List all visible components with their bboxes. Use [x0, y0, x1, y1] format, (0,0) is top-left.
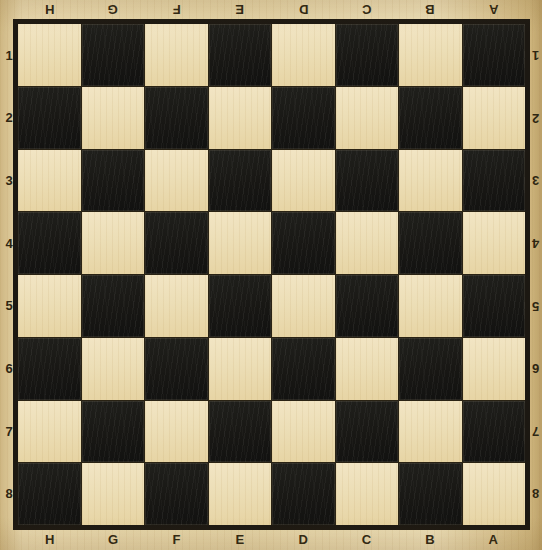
- square-e5[interactable]: [209, 275, 272, 337]
- square-h4[interactable]: [18, 212, 81, 274]
- file-label-c: C: [335, 529, 398, 550]
- square-b4[interactable]: [399, 212, 462, 274]
- square-d8[interactable]: [272, 463, 335, 525]
- square-g1[interactable]: [82, 24, 145, 86]
- square-e2[interactable]: [209, 87, 272, 149]
- square-f8[interactable]: [145, 463, 208, 525]
- square-h3[interactable]: [18, 150, 81, 212]
- square-b8[interactable]: [399, 463, 462, 525]
- file-label-e: E: [208, 529, 271, 550]
- square-f4[interactable]: [145, 212, 208, 274]
- file-label-f: F: [145, 0, 208, 19]
- file-label-d: D: [272, 0, 335, 19]
- square-a5[interactable]: [463, 275, 526, 337]
- file-label-a: A: [462, 0, 525, 19]
- square-f6[interactable]: [145, 338, 208, 400]
- square-d1[interactable]: [272, 24, 335, 86]
- square-c1[interactable]: [336, 24, 399, 86]
- file-label-d: D: [272, 529, 335, 550]
- square-g6[interactable]: [82, 338, 145, 400]
- square-b1[interactable]: [399, 24, 462, 86]
- square-c5[interactable]: [336, 275, 399, 337]
- chess-board: [13, 19, 530, 530]
- square-d2[interactable]: [272, 87, 335, 149]
- square-c4[interactable]: [336, 212, 399, 274]
- file-labels-bottom: HGFEDCBA: [18, 529, 525, 550]
- square-f1[interactable]: [145, 24, 208, 86]
- square-f3[interactable]: [145, 150, 208, 212]
- square-f5[interactable]: [145, 275, 208, 337]
- square-g8[interactable]: [82, 463, 145, 525]
- square-a1[interactable]: [463, 24, 526, 86]
- file-label-c: C: [335, 0, 398, 19]
- rank-label-3: 3: [529, 149, 542, 212]
- square-d4[interactable]: [272, 212, 335, 274]
- rank-labels-right: 12345678: [529, 24, 542, 525]
- square-h6[interactable]: [18, 338, 81, 400]
- square-a8[interactable]: [463, 463, 526, 525]
- square-h5[interactable]: [18, 275, 81, 337]
- square-e4[interactable]: [209, 212, 272, 274]
- wooden-chessboard-photo: HGFEDCBA 12345678 12345678 HGFEDCBA: [0, 0, 542, 550]
- file-label-h: H: [18, 529, 81, 550]
- square-a4[interactable]: [463, 212, 526, 274]
- square-g3[interactable]: [82, 150, 145, 212]
- square-e1[interactable]: [209, 24, 272, 86]
- rank-label-6: 6: [529, 337, 542, 400]
- rank-label-5: 5: [529, 275, 542, 338]
- square-g2[interactable]: [82, 87, 145, 149]
- file-labels-top: HGFEDCBA: [18, 0, 525, 19]
- square-a3[interactable]: [463, 150, 526, 212]
- square-e6[interactable]: [209, 338, 272, 400]
- square-b2[interactable]: [399, 87, 462, 149]
- square-c7[interactable]: [336, 401, 399, 463]
- square-b7[interactable]: [399, 401, 462, 463]
- square-d5[interactable]: [272, 275, 335, 337]
- square-g4[interactable]: [82, 212, 145, 274]
- square-d3[interactable]: [272, 150, 335, 212]
- square-g7[interactable]: [82, 401, 145, 463]
- square-b6[interactable]: [399, 338, 462, 400]
- square-h2[interactable]: [18, 87, 81, 149]
- file-label-g: G: [81, 0, 144, 19]
- square-g5[interactable]: [82, 275, 145, 337]
- file-label-b: B: [398, 529, 461, 550]
- rank-label-8: 8: [529, 462, 542, 525]
- square-h7[interactable]: [18, 401, 81, 463]
- file-label-b: B: [398, 0, 461, 19]
- square-a6[interactable]: [463, 338, 526, 400]
- square-a2[interactable]: [463, 87, 526, 149]
- rank-label-7: 7: [529, 400, 542, 463]
- file-label-f: F: [145, 529, 208, 550]
- file-label-h: H: [18, 0, 81, 19]
- square-f2[interactable]: [145, 87, 208, 149]
- square-b3[interactable]: [399, 150, 462, 212]
- square-e7[interactable]: [209, 401, 272, 463]
- square-f7[interactable]: [145, 401, 208, 463]
- square-c3[interactable]: [336, 150, 399, 212]
- square-a7[interactable]: [463, 401, 526, 463]
- file-label-a: A: [462, 529, 525, 550]
- square-h1[interactable]: [18, 24, 81, 86]
- square-b5[interactable]: [399, 275, 462, 337]
- square-c8[interactable]: [336, 463, 399, 525]
- file-label-g: G: [81, 529, 144, 550]
- square-e8[interactable]: [209, 463, 272, 525]
- square-h8[interactable]: [18, 463, 81, 525]
- rank-label-1: 1: [529, 24, 542, 87]
- file-label-e: E: [208, 0, 271, 19]
- square-d7[interactable]: [272, 401, 335, 463]
- square-c6[interactable]: [336, 338, 399, 400]
- square-e3[interactable]: [209, 150, 272, 212]
- square-c2[interactable]: [336, 87, 399, 149]
- rank-label-4: 4: [529, 212, 542, 275]
- rank-label-2: 2: [529, 87, 542, 150]
- square-d6[interactable]: [272, 338, 335, 400]
